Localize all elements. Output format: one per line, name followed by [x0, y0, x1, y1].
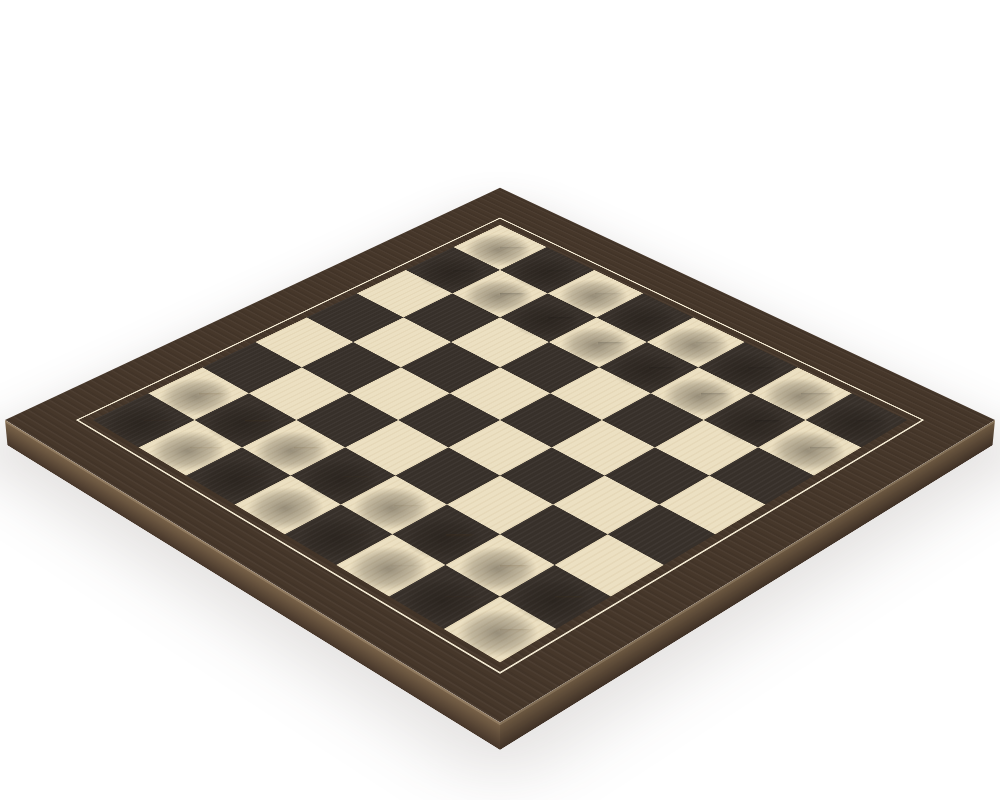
pawn-glyph: ♟ [697, 332, 922, 463]
rook-glyph: ♜ [377, 488, 622, 650]
photo-scene: ♜♞♝♛♚♝♞♜♟♟♟♟♟♟♟♟♟♟♟♟♟♟♟♟♜♞♝♛♚♝♞♜ [0, 0, 1000, 800]
chess-board: ♜♞♝♛♚♝♞♜♟♟♟♟♟♟♟♟♟♟♟♟♟♟♟♟♜♞♝♛♚♝♞♜ [5, 188, 995, 723]
